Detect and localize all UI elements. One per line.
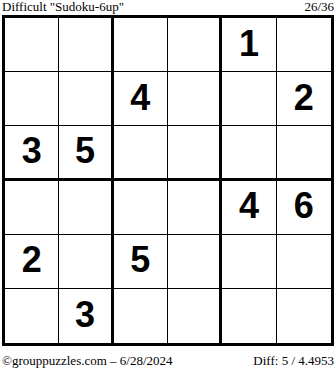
cell-r4c3[interactable] xyxy=(114,181,168,235)
blank-cell-counter: 26/36 xyxy=(304,0,334,13)
cell-r3c5[interactable] xyxy=(222,126,276,180)
copyright-credit: ©grouppuzzles.com – 6/28/2024 xyxy=(2,354,173,368)
cell-r6c3[interactable] xyxy=(114,289,168,343)
cell-r5c4[interactable] xyxy=(168,235,222,289)
given-digit: 3 xyxy=(22,133,42,169)
given-digit: 4 xyxy=(239,188,259,224)
cell-r4c1[interactable] xyxy=(5,181,59,235)
cell-r3c2[interactable]: 5 xyxy=(59,126,113,180)
cell-r1c2[interactable] xyxy=(59,18,113,72)
page-header: Difficult "Sudoku-6up" 26/36 xyxy=(2,0,334,14)
cell-r4c4[interactable] xyxy=(168,181,222,235)
cell-r2c4[interactable] xyxy=(168,72,222,126)
difficulty-rating: Diff: 5 / 4.4953 xyxy=(253,354,334,368)
cell-r5c5[interactable] xyxy=(222,235,276,289)
cell-r6c5[interactable] xyxy=(222,289,276,343)
given-digit: 2 xyxy=(22,242,42,278)
cell-r4c2[interactable] xyxy=(59,181,113,235)
given-digit: 5 xyxy=(75,133,95,169)
cell-r3c6[interactable] xyxy=(277,126,331,180)
cell-r2c5[interactable] xyxy=(222,72,276,126)
cell-r1c6[interactable] xyxy=(277,18,331,72)
cell-r5c6[interactable] xyxy=(277,235,331,289)
sudoku-board: 1423546253 xyxy=(2,15,334,346)
cell-r5c3[interactable]: 5 xyxy=(114,235,168,289)
given-digit: 2 xyxy=(294,80,314,116)
cell-r6c4[interactable] xyxy=(168,289,222,343)
cell-r6c6[interactable] xyxy=(277,289,331,343)
cell-r1c4[interactable] xyxy=(168,18,222,72)
cell-r2c1[interactable] xyxy=(5,72,59,126)
cell-r3c1[interactable]: 3 xyxy=(5,126,59,180)
page-footer: ©grouppuzzles.com – 6/28/2024 Diff: 5 / … xyxy=(2,353,334,368)
cell-r2c2[interactable] xyxy=(59,72,113,126)
cell-r2c3[interactable]: 4 xyxy=(114,72,168,126)
given-digit: 6 xyxy=(294,188,314,224)
cell-r1c3[interactable] xyxy=(114,18,168,72)
cell-r3c4[interactable] xyxy=(168,126,222,180)
puzzle-title: Difficult "Sudoku-6up" xyxy=(2,0,124,13)
given-digit: 5 xyxy=(130,242,150,278)
cell-r5c1[interactable]: 2 xyxy=(5,235,59,289)
cell-r1c5[interactable]: 1 xyxy=(222,18,276,72)
given-digit: 4 xyxy=(130,80,150,116)
cell-r2c6[interactable]: 2 xyxy=(277,72,331,126)
cell-r4c6[interactable]: 6 xyxy=(277,181,331,235)
cell-r4c5[interactable]: 4 xyxy=(222,181,276,235)
cell-r1c1[interactable] xyxy=(5,18,59,72)
cell-r5c2[interactable] xyxy=(59,235,113,289)
cell-r3c3[interactable] xyxy=(114,126,168,180)
given-digit: 3 xyxy=(75,297,95,333)
given-digit: 1 xyxy=(239,26,259,62)
cell-r6c2[interactable]: 3 xyxy=(59,289,113,343)
cell-r6c1[interactable] xyxy=(5,289,59,343)
